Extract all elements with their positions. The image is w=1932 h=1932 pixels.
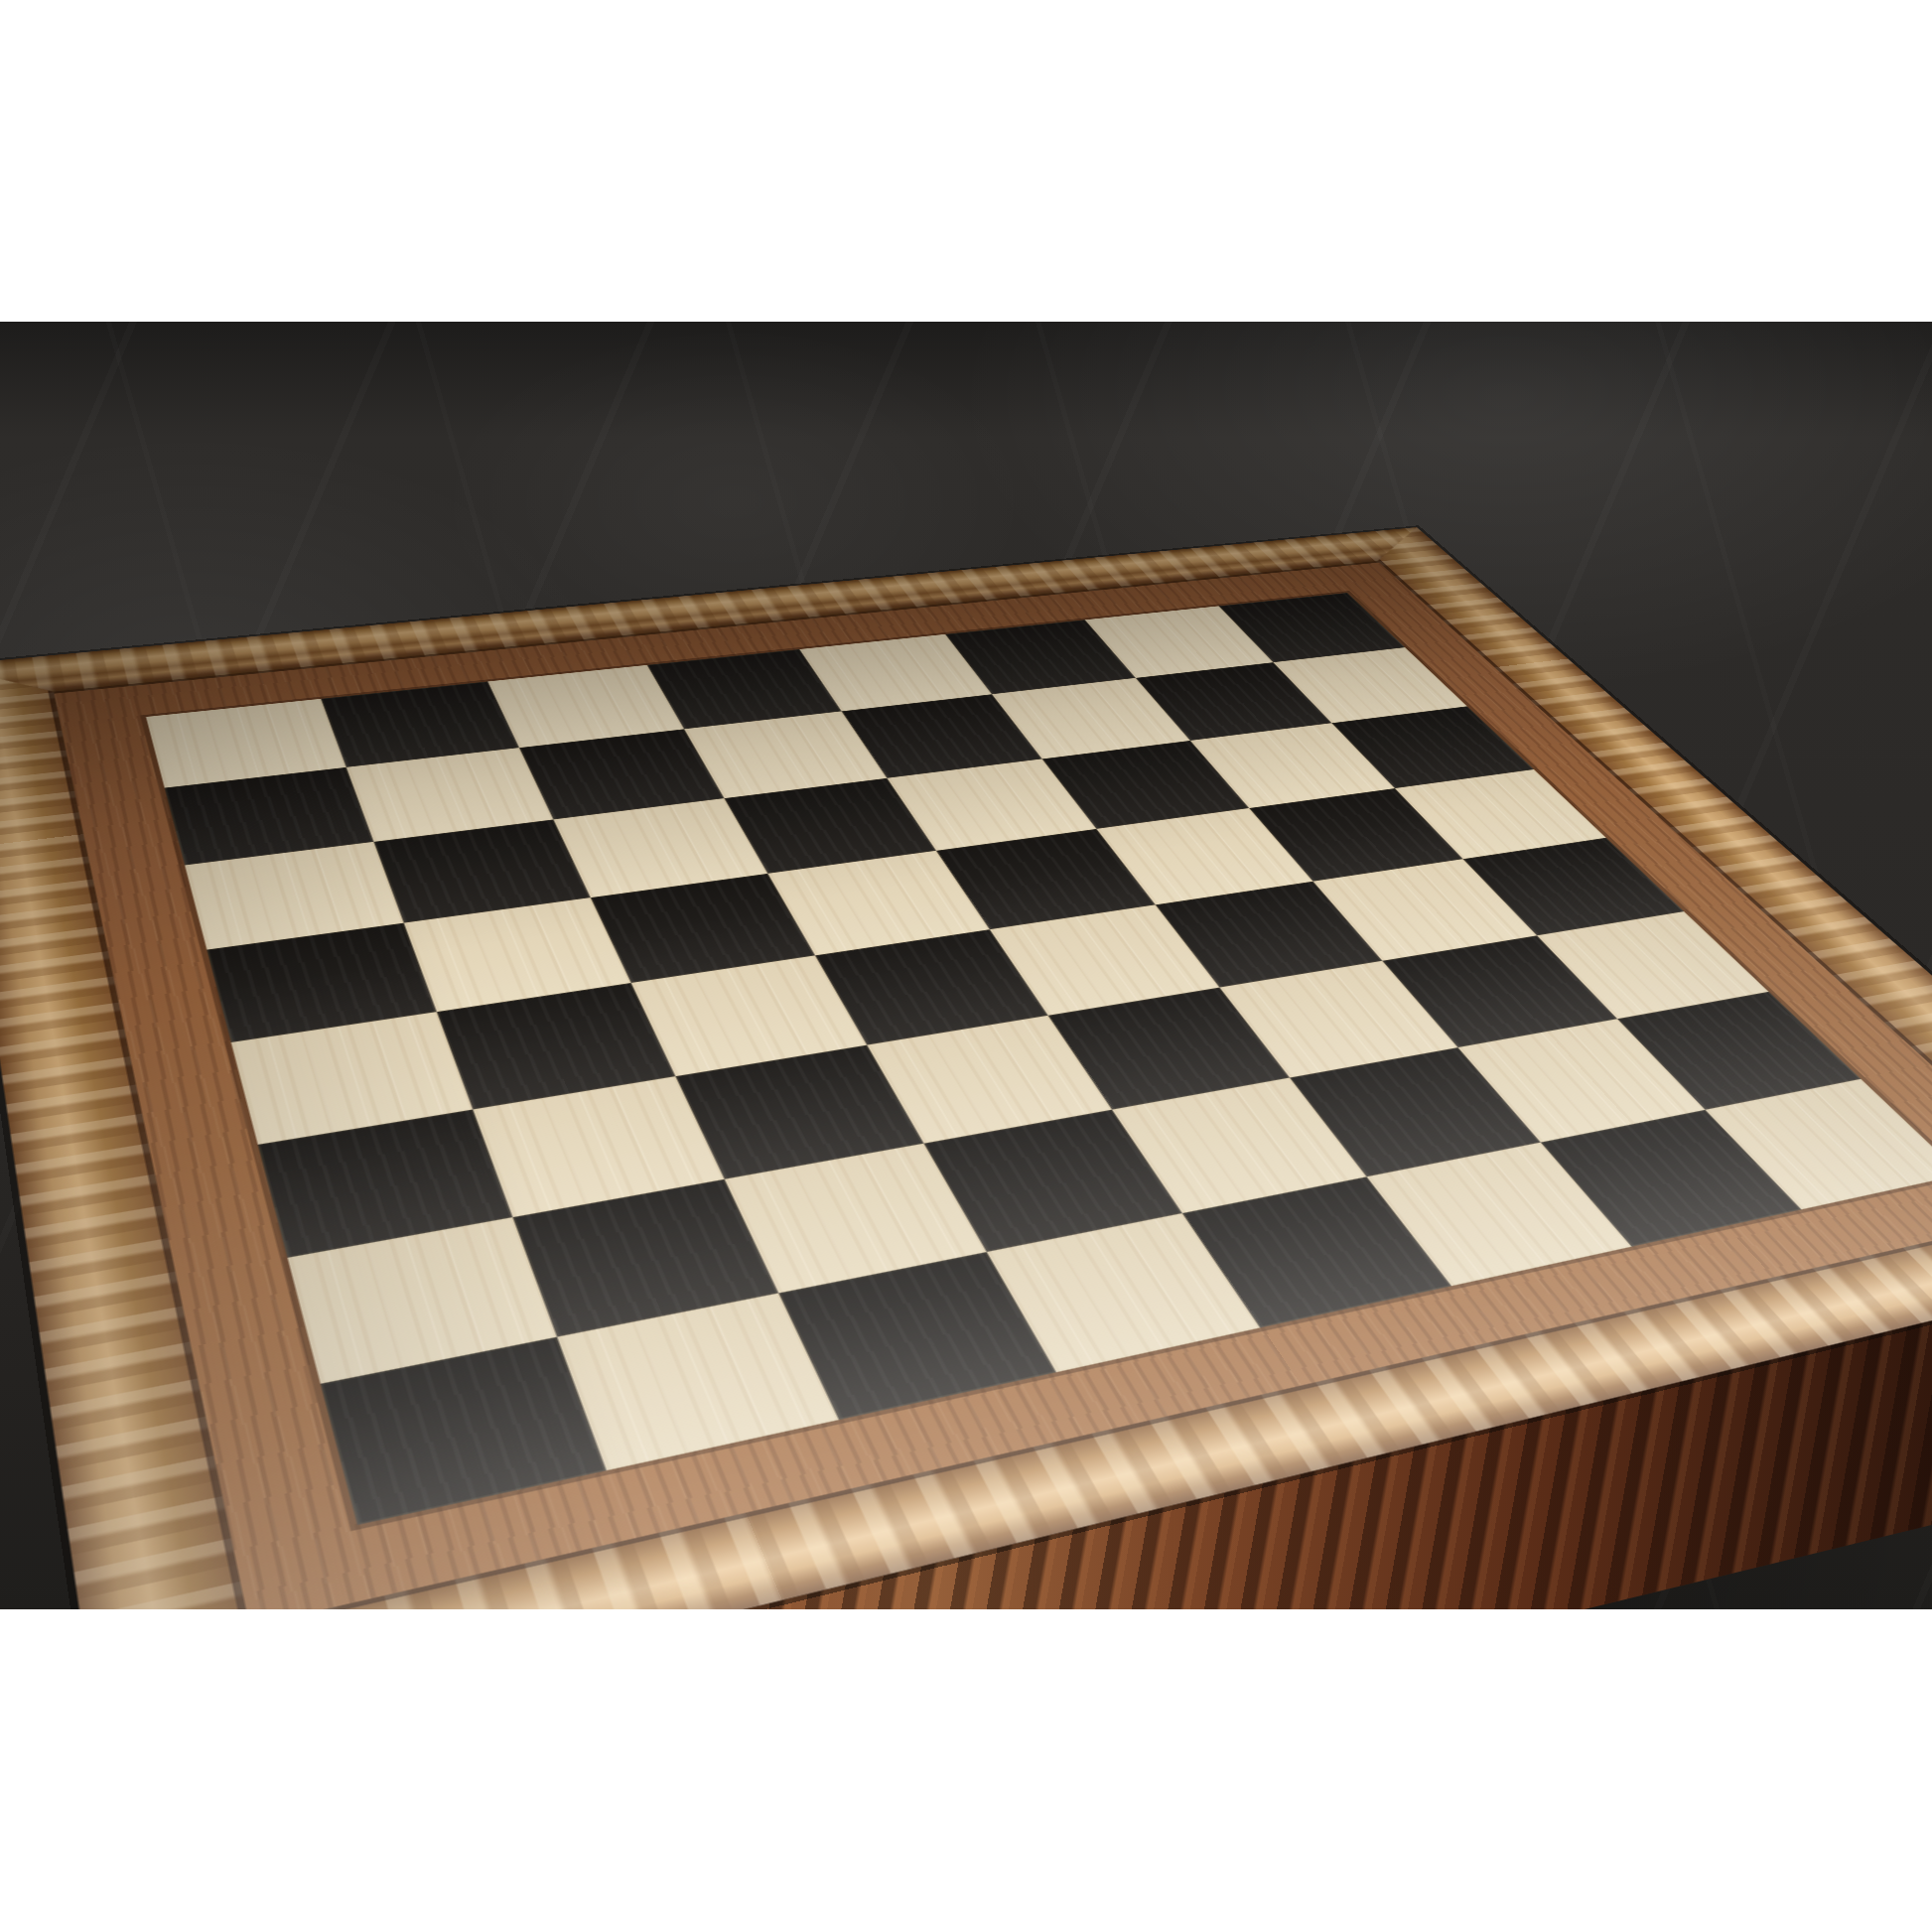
- letterbox-bottom: [0, 1609, 1932, 1932]
- photo-scene: [0, 0, 1932, 1932]
- letterbox-top: [0, 0, 1932, 322]
